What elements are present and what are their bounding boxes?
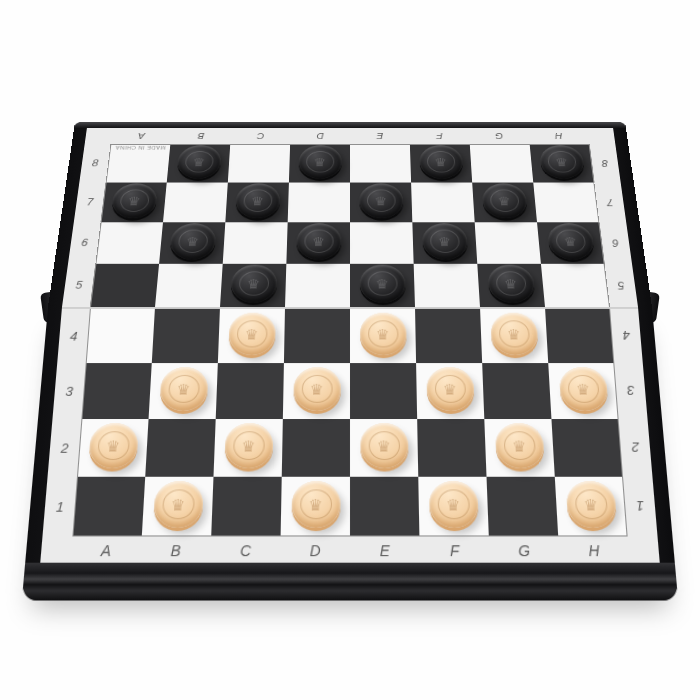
file-label-top-a: A (110, 128, 171, 144)
piece-black-a7[interactable]: ♛ (110, 183, 157, 218)
crown-emblem-icon: ♛ (368, 320, 398, 347)
crown-emblem-icon: ♛ (238, 271, 269, 295)
square-f2[interactable] (417, 419, 486, 477)
file-label-top-b: B (170, 128, 231, 144)
square-e2[interactable]: ♛ (350, 419, 418, 477)
piece-black-f6[interactable]: ♛ (421, 223, 467, 259)
square-h7[interactable] (533, 183, 599, 223)
crown-emblem-icon: ♛ (426, 151, 455, 172)
rank-label-left-4: 4 (57, 309, 90, 363)
square-b1[interactable]: ♛ (142, 477, 214, 537)
crown-emblem-icon: ♛ (301, 375, 332, 403)
square-e4[interactable]: ♛ (350, 309, 416, 363)
square-g4[interactable]: ♛ (480, 309, 548, 363)
file-label-top-c: C (230, 128, 290, 144)
square-d8[interactable]: ♛ (289, 144, 350, 182)
square-c1[interactable] (211, 477, 282, 537)
square-e8[interactable] (350, 144, 411, 182)
square-b7[interactable] (163, 183, 228, 223)
file-label-bottom-h: H (558, 537, 630, 565)
crown-emblem-icon: ♛ (97, 431, 130, 460)
square-f3[interactable]: ♛ (416, 363, 484, 419)
square-f1[interactable]: ♛ (418, 477, 489, 537)
square-c2[interactable]: ♛ (213, 419, 282, 477)
piece-black-b8[interactable]: ♛ (176, 145, 221, 179)
crown-emblem-icon: ♛ (546, 151, 576, 172)
piece-black-b6[interactable]: ♛ (169, 223, 216, 259)
square-e6[interactable] (350, 222, 414, 263)
piece-black-h6[interactable]: ♛ (546, 223, 595, 259)
square-c4[interactable]: ♛ (218, 309, 285, 363)
square-h6[interactable]: ♛ (537, 222, 605, 263)
file-label-bottom-g: G (489, 537, 560, 565)
piece-black-c7[interactable]: ♛ (235, 183, 280, 218)
square-d5[interactable] (285, 264, 350, 307)
board-bottom-surface: 4♛♛♛43♛♛♛♛32♛♛♛♛21♛♛♛♛1ABCDEFGH (40, 307, 660, 565)
piece-white-g2[interactable]: ♛ (494, 423, 544, 468)
crown-emblem-icon: ♛ (300, 489, 332, 519)
square-g6[interactable] (475, 222, 541, 263)
square-h4[interactable] (545, 309, 614, 363)
square-c7[interactable]: ♛ (225, 183, 289, 223)
piece-white-e4[interactable]: ♛ (360, 313, 407, 356)
file-label-bottom-b: B (140, 537, 211, 565)
square-a4[interactable] (86, 309, 155, 363)
square-a3[interactable] (81, 363, 151, 419)
crown-emblem-icon: ♛ (304, 230, 333, 253)
rank-label-left-2: 2 (48, 419, 82, 477)
crown-emblem-icon: ♛ (503, 431, 536, 460)
rank-label-right-3: 3 (614, 363, 647, 419)
piece-black-d6[interactable]: ♛ (296, 223, 341, 259)
square-f8[interactable]: ♛ (410, 144, 472, 182)
crown-emblem-icon: ♛ (437, 489, 470, 519)
square-h1[interactable]: ♛ (555, 477, 628, 537)
board-top-surface: MADE IN CHINA ABCDEFGH8♛♛♛♛87♛♛♛♛76♛♛♛♛6… (62, 128, 638, 309)
piece-white-b3[interactable]: ♛ (159, 367, 208, 411)
square-d7[interactable] (288, 183, 350, 223)
board-top-half: MADE IN CHINA ABCDEFGH8♛♛♛♛87♛♛♛♛76♛♛♛♛6… (48, 122, 652, 307)
piece-white-c2[interactable]: ♛ (224, 423, 273, 468)
square-g8[interactable] (470, 144, 533, 182)
piece-white-d3[interactable]: ♛ (293, 367, 341, 411)
square-a6[interactable] (95, 222, 163, 263)
square-c6[interactable] (223, 222, 288, 263)
piece-white-d1[interactable]: ♛ (291, 481, 340, 528)
file-label-bottom-e: E (350, 537, 420, 565)
corner-cell (40, 537, 72, 565)
file-label-bottom-a: A (70, 537, 142, 565)
piece-black-g5[interactable]: ♛ (487, 265, 535, 303)
crown-emblem-icon: ♛ (368, 431, 400, 460)
file-label-top-h: H (528, 128, 589, 144)
crown-emblem-icon: ♛ (574, 489, 608, 519)
crown-emblem-icon: ♛ (367, 190, 396, 212)
crown-emblem-icon: ♛ (498, 320, 530, 347)
square-g5[interactable]: ♛ (477, 264, 545, 307)
piece-white-h3[interactable]: ♛ (558, 367, 608, 411)
crown-emblem-icon: ♛ (232, 431, 264, 460)
piece-black-e5[interactable]: ♛ (359, 265, 405, 303)
piece-black-d8[interactable]: ♛ (298, 145, 341, 179)
square-a5[interactable] (90, 264, 159, 307)
square-f7[interactable] (411, 183, 475, 223)
piece-white-f3[interactable]: ♛ (426, 367, 474, 411)
piece-black-h8[interactable]: ♛ (538, 145, 584, 179)
crown-emblem-icon: ♛ (306, 151, 334, 172)
square-f5[interactable] (414, 264, 480, 307)
crown-emblem-icon: ♛ (184, 151, 214, 172)
crown-emblem-icon: ♛ (119, 190, 150, 212)
square-d2[interactable] (282, 419, 350, 477)
corner-cell (85, 128, 113, 144)
square-g3[interactable] (482, 363, 551, 419)
square-b4[interactable] (152, 309, 220, 363)
square-e5[interactable]: ♛ (350, 264, 415, 307)
rank-label-right-2: 2 (619, 419, 653, 477)
crown-emblem-icon: ♛ (434, 375, 466, 403)
crown-emblem-icon: ♛ (429, 230, 459, 253)
piece-white-f1[interactable]: ♛ (428, 481, 478, 528)
piece-white-a2[interactable]: ♛ (88, 423, 139, 468)
file-label-bottom-c: C (210, 537, 280, 565)
square-b5[interactable] (155, 264, 223, 307)
square-b2[interactable] (145, 419, 215, 477)
crown-emblem-icon: ♛ (177, 230, 208, 253)
rank-label-right-4: 4 (610, 309, 643, 363)
crown-emblem-icon: ♛ (489, 190, 519, 212)
square-b6[interactable]: ♛ (159, 222, 225, 263)
rank-label-right-5: 5 (605, 264, 638, 307)
square-e1[interactable] (350, 477, 419, 537)
square-c3[interactable] (216, 363, 284, 419)
square-g2[interactable]: ♛ (484, 419, 554, 477)
product-photo-stage: MADE IN CHINA ABCDEFGH8♛♛♛♛87♛♛♛♛76♛♛♛♛6… (0, 0, 700, 700)
rank-label-right-1: 1 (623, 477, 657, 537)
file-label-top-e: E (350, 128, 410, 144)
square-d3[interactable]: ♛ (283, 363, 350, 419)
piece-white-e2[interactable]: ♛ (360, 423, 408, 468)
crown-emblem-icon: ♛ (236, 320, 267, 347)
crown-emblem-icon: ♛ (567, 375, 600, 403)
square-c5[interactable]: ♛ (220, 264, 286, 307)
crown-emblem-icon: ♛ (367, 271, 397, 295)
rank-label-left-3: 3 (52, 363, 85, 419)
square-h5[interactable] (541, 264, 610, 307)
rank-label-right-6: 6 (599, 222, 632, 263)
square-h3[interactable]: ♛ (548, 363, 618, 419)
square-g1[interactable] (487, 477, 559, 537)
square-c8[interactable] (228, 144, 290, 182)
square-a7[interactable]: ♛ (101, 183, 167, 223)
square-b8[interactable]: ♛ (167, 144, 230, 182)
file-label-top-d: D (290, 128, 350, 144)
square-a1[interactable] (72, 477, 145, 537)
file-label-top-f: F (409, 128, 469, 144)
piece-white-c4[interactable]: ♛ (228, 313, 276, 356)
made-in-china-text: MADE IN CHINA (112, 145, 170, 150)
square-h8[interactable]: ♛ (530, 144, 595, 182)
board-bottom-half: 4♛♛♛43♛♛♛♛32♛♛♛♛21♛♛♛♛1ABCDEFGH (22, 307, 678, 601)
square-a2[interactable]: ♛ (77, 419, 149, 477)
square-b3[interactable]: ♛ (149, 363, 218, 419)
square-f6[interactable]: ♛ (412, 222, 477, 263)
square-e7[interactable]: ♛ (350, 183, 412, 223)
piece-white-g4[interactable]: ♛ (490, 313, 538, 356)
piece-black-c5[interactable]: ♛ (230, 265, 277, 303)
square-e3[interactable] (350, 363, 417, 419)
square-d6[interactable]: ♛ (286, 222, 350, 263)
square-h2[interactable] (551, 419, 623, 477)
rank-label-right-8: 8 (590, 144, 621, 182)
crown-emblem-icon: ♛ (167, 375, 199, 403)
square-g7[interactable]: ♛ (472, 183, 537, 223)
rank-label-right-7: 7 (594, 183, 626, 223)
square-d1[interactable]: ♛ (281, 477, 350, 537)
crown-emblem-icon: ♛ (161, 489, 194, 519)
rank-label-left-1: 1 (42, 477, 76, 537)
corner-cell (587, 128, 615, 144)
crown-emblem-icon: ♛ (495, 271, 527, 295)
piece-black-f8[interactable]: ♛ (419, 145, 463, 179)
corner-cell (628, 537, 660, 565)
file-label-bottom-f: F (419, 537, 489, 565)
piece-white-h1[interactable]: ♛ (565, 481, 617, 528)
piece-black-e7[interactable]: ♛ (359, 183, 403, 218)
square-f4[interactable] (415, 309, 482, 363)
piece-black-g7[interactable]: ♛ (481, 183, 527, 218)
crown-emblem-icon: ♛ (555, 230, 587, 253)
crown-emblem-icon: ♛ (243, 190, 273, 212)
file-label-bottom-d: D (280, 537, 350, 565)
file-label-top-g: G (469, 128, 530, 144)
piece-white-b1[interactable]: ♛ (152, 481, 203, 528)
square-d4[interactable] (284, 309, 350, 363)
